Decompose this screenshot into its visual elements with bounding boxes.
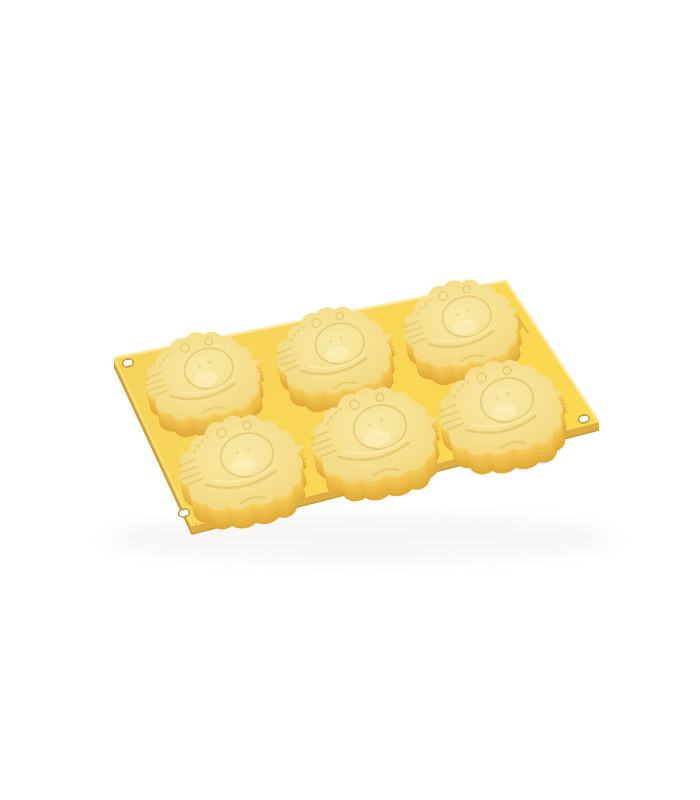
mould-photo-canvas [0, 0, 700, 800]
product-photo [0, 0, 700, 800]
ground-shadow [105, 514, 615, 562]
